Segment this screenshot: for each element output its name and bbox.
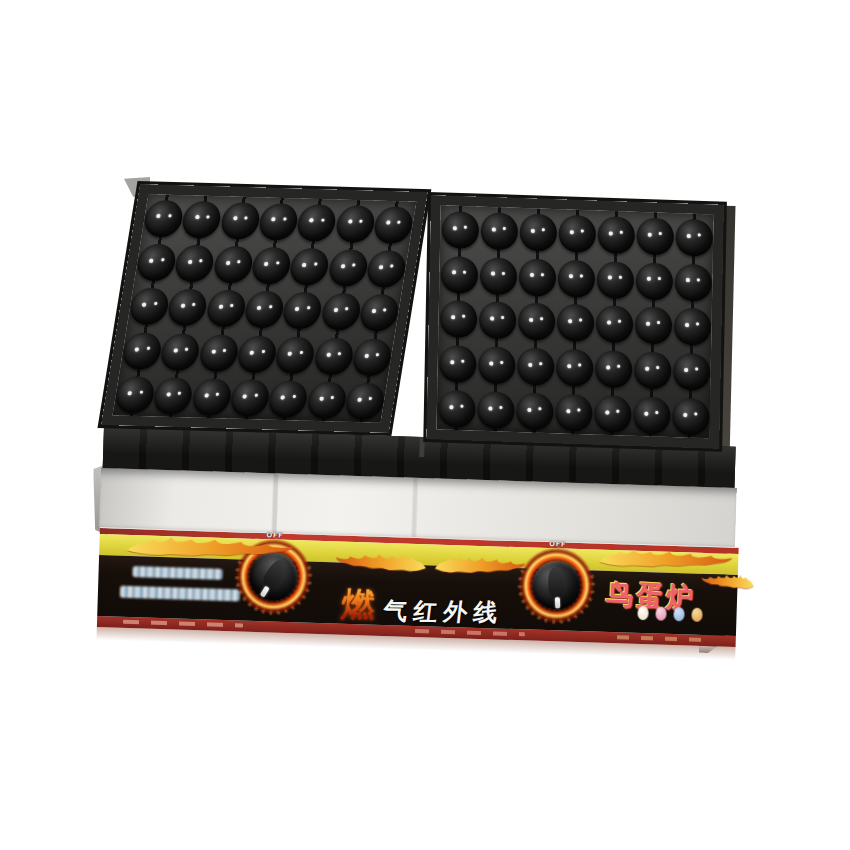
mold-ball xyxy=(281,292,324,330)
mold-cell xyxy=(517,253,557,299)
mold-ball xyxy=(674,263,712,301)
mold-cell xyxy=(553,388,593,434)
mold-cell xyxy=(555,299,595,345)
flame-icon xyxy=(435,554,531,579)
mold-ball xyxy=(632,396,670,434)
mold-ball xyxy=(441,211,479,249)
mold-cell xyxy=(593,345,633,391)
flame-icon xyxy=(599,547,740,573)
mold-ball xyxy=(439,300,477,338)
mold-cell xyxy=(671,347,711,393)
mold-cell xyxy=(592,390,632,436)
mold-ball xyxy=(556,304,594,342)
product-photo: OFF OFF 燃 气红外线 鸟蛋炉 xyxy=(0,0,850,850)
mold-ball xyxy=(440,255,478,293)
flame-char-logo: 燃 xyxy=(340,587,377,622)
mold-ball xyxy=(350,338,393,376)
mold-ball xyxy=(596,261,634,299)
mold-ball xyxy=(173,245,216,283)
mold-ball xyxy=(671,398,709,436)
knob-off-label: OFF xyxy=(549,541,566,549)
mold-ball xyxy=(250,247,293,285)
mold-ball xyxy=(633,351,671,389)
mold-cell xyxy=(635,212,675,258)
small-print-blur-line-1 xyxy=(132,566,222,580)
mold-cell xyxy=(440,205,480,251)
mold-ball xyxy=(557,259,595,297)
mold-cell xyxy=(514,387,554,433)
knob-grip xyxy=(548,567,565,598)
egg-icon xyxy=(655,606,666,620)
mold-cell xyxy=(672,303,712,349)
mold-ball xyxy=(228,379,271,417)
mold-ball xyxy=(517,303,555,341)
egg-icon xyxy=(691,608,702,622)
mold-ball xyxy=(135,243,178,281)
mold-cell xyxy=(632,346,672,392)
mold-ball xyxy=(326,249,369,287)
mold-ball xyxy=(343,383,386,421)
flame-icon xyxy=(331,550,427,575)
mold-cell xyxy=(516,298,556,344)
mold-ball xyxy=(114,376,157,414)
mold-ball xyxy=(312,337,355,375)
mold-cell xyxy=(477,296,517,342)
mold-ball xyxy=(212,246,255,284)
mold-ball xyxy=(197,334,240,372)
mold-ball xyxy=(204,290,247,328)
mold-ball xyxy=(480,212,518,250)
mold-ball xyxy=(636,217,674,255)
mold-cell xyxy=(476,341,516,387)
left-mold-grid xyxy=(113,194,417,423)
mold-cell xyxy=(357,289,402,334)
mold-cell xyxy=(674,213,714,259)
mold-ball xyxy=(128,288,171,326)
mold-ball xyxy=(479,257,517,295)
mold-ball xyxy=(597,216,635,254)
mold-ball xyxy=(516,348,554,386)
mold-ball xyxy=(554,394,592,432)
mold-cell xyxy=(595,255,635,301)
front-panel: OFF OFF 燃 气红外线 鸟蛋炉 xyxy=(96,527,738,660)
egg-icon xyxy=(673,607,684,621)
small-print-blur-line-2 xyxy=(120,586,240,602)
mold-ball xyxy=(243,291,286,329)
mold-ball xyxy=(142,199,185,237)
mold-ball xyxy=(288,248,331,286)
mold-ball xyxy=(267,380,310,418)
mold-ball xyxy=(518,258,556,296)
mold-ball xyxy=(274,336,317,374)
caption-segments xyxy=(123,620,243,628)
mold-ball xyxy=(319,293,362,331)
mold-ball xyxy=(257,202,300,240)
right-plate xyxy=(426,195,724,449)
egg-icon xyxy=(637,606,648,620)
mold-ball xyxy=(334,205,377,243)
mold-cell xyxy=(554,344,594,390)
mold-cell xyxy=(479,207,519,253)
mold-cell xyxy=(437,385,477,431)
brand-logo: 燃 气红外线 xyxy=(341,587,504,626)
mold-cell xyxy=(349,333,394,378)
mold-cell xyxy=(631,391,671,437)
mold-ball xyxy=(672,353,710,391)
mold-cell xyxy=(439,250,479,296)
mold-ball xyxy=(305,381,348,419)
mold-cell xyxy=(594,300,634,346)
mold-cell xyxy=(557,209,597,255)
mold-ball xyxy=(478,301,516,339)
mold-ball xyxy=(236,335,279,373)
mold-cell xyxy=(515,342,555,388)
mold-ball xyxy=(219,201,262,239)
caption-segments xyxy=(415,629,525,636)
mold-ball xyxy=(635,262,673,300)
flame-icon xyxy=(698,572,754,592)
brand-logo-text: 气红外线 xyxy=(382,599,505,625)
mold-ball xyxy=(477,346,515,384)
mold-ball xyxy=(121,332,164,370)
mold-cell xyxy=(364,245,409,290)
caption-segments xyxy=(617,635,707,642)
knob-pointer-tick xyxy=(259,585,269,597)
mold-ball xyxy=(673,308,711,346)
mold-ball xyxy=(675,218,713,256)
mold-cell xyxy=(475,386,515,432)
knob-pointer-tick xyxy=(554,597,559,608)
mold-ball xyxy=(438,345,476,383)
mold-cell xyxy=(342,378,387,423)
mold-ball xyxy=(358,294,401,332)
egg-icons xyxy=(637,606,702,622)
mold-ball xyxy=(594,350,632,388)
mold-ball xyxy=(372,206,415,244)
mold-cell xyxy=(634,257,674,303)
mold-cell xyxy=(371,201,416,246)
mold-ball xyxy=(593,395,631,433)
mold-ball xyxy=(159,333,202,371)
mold-ball xyxy=(555,349,593,387)
mold-cell xyxy=(596,211,636,257)
mold-ball xyxy=(181,200,224,238)
mold-cell xyxy=(437,340,477,386)
right-mold-grid xyxy=(437,205,714,438)
mold-ball xyxy=(595,305,633,343)
mold-cell xyxy=(670,392,710,438)
mold-cell xyxy=(673,258,713,304)
mold-ball xyxy=(558,214,596,252)
mold-ball xyxy=(634,307,672,345)
mold-cell xyxy=(438,295,478,341)
mold-ball xyxy=(365,250,408,288)
mold-cell xyxy=(478,251,518,297)
mold-ball xyxy=(516,392,554,430)
mold-cell xyxy=(518,208,558,254)
mold-cell xyxy=(556,254,596,300)
mold-cell xyxy=(633,301,673,347)
mold-ball xyxy=(477,391,515,429)
left-plate xyxy=(101,184,428,433)
mold-ball xyxy=(166,289,209,327)
mold-ball xyxy=(295,204,338,242)
mold-ball xyxy=(519,213,557,251)
mold-ball xyxy=(438,390,476,428)
mold-ball xyxy=(190,378,233,416)
plate-seam-slit xyxy=(419,437,425,457)
mold-ball xyxy=(152,377,195,415)
